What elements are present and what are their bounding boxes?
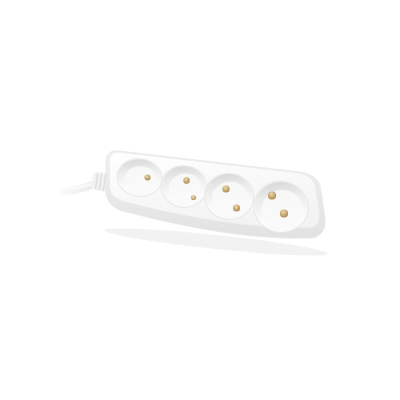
power-strip-illustration (0, 0, 400, 400)
socket-4-pin-hole-2 (280, 209, 288, 217)
socket-3-pin-hole-2 (233, 204, 240, 211)
product-photo-canvas (0, 0, 400, 400)
socket-2-pin-hole-2 (191, 195, 196, 200)
socket-2-pin-hole-1 (183, 177, 189, 183)
socket-3-pin-hole-1 (222, 185, 229, 192)
socket-1-pin-hole-1 (145, 175, 151, 181)
socket-4-pin-hole-1 (268, 191, 276, 199)
